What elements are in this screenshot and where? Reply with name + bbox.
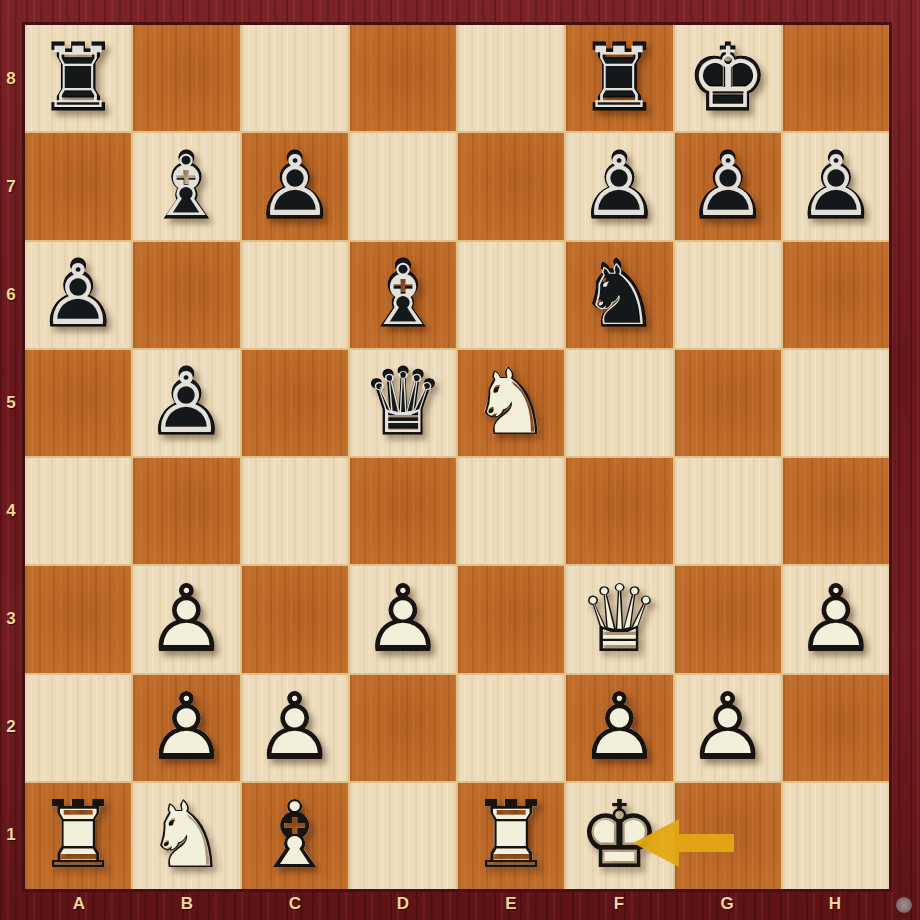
square-h1[interactable] [783, 783, 889, 889]
square-h4[interactable] [783, 458, 889, 564]
file-label-c: C [241, 890, 349, 918]
black-pawn-a6: ♟♙ [25, 242, 131, 348]
white-bishop-c1: ♝♗ [242, 783, 348, 889]
square-e7[interactable] [458, 133, 564, 239]
square-a7[interactable] [25, 133, 131, 239]
black-king-g8: ♚♔ [675, 25, 781, 131]
square-a1[interactable]: ♜♖ [25, 783, 131, 889]
square-f3[interactable]: ♛♕ [566, 566, 672, 672]
black-pawn-f7: ♟♙ [566, 133, 672, 239]
square-b2[interactable]: ♟♙ [133, 675, 239, 781]
square-e8[interactable] [458, 25, 564, 131]
square-g7[interactable]: ♟♙ [675, 133, 781, 239]
white-pawn-f2: ♟♙ [566, 675, 672, 781]
white-knight-b1: ♞♘ [133, 783, 239, 889]
file-label-h: H [781, 890, 889, 918]
square-h2[interactable] [783, 675, 889, 781]
square-f6[interactable]: ♞♘ [566, 242, 672, 348]
white-pawn-d3: ♟♙ [350, 566, 456, 672]
square-f8[interactable]: ♜♖ [566, 25, 672, 131]
square-h3[interactable]: ♟♙ [783, 566, 889, 672]
square-g3[interactable] [675, 566, 781, 672]
white-pawn-b3: ♟♙ [133, 566, 239, 672]
white-pawn-b2: ♟♙ [133, 675, 239, 781]
square-h8[interactable] [783, 25, 889, 131]
chess-diagram: ♜♖♜♖♚♔♝♗♟♙♟♙♟♙♟♙♟♙♝♗♞♘♟♙♛♕♞♘♟♙♟♙♛♕♟♙♟♙♟♙… [0, 0, 920, 920]
white-pawn-g2: ♟♙ [675, 675, 781, 781]
black-pawn-b5: ♟♙ [133, 350, 239, 456]
rank-label-2: 2 [0, 673, 22, 781]
black-bishop-b7: ♝♗ [133, 133, 239, 239]
square-b1[interactable]: ♞♘ [133, 783, 239, 889]
square-e3[interactable] [458, 566, 564, 672]
file-label-g: G [673, 890, 781, 918]
black-pawn-h7: ♟♙ [783, 133, 889, 239]
white-rook-a1: ♜♖ [25, 783, 131, 889]
square-c2[interactable]: ♟♙ [242, 675, 348, 781]
square-d2[interactable] [350, 675, 456, 781]
square-h7[interactable]: ♟♙ [783, 133, 889, 239]
square-a3[interactable] [25, 566, 131, 672]
square-c8[interactable] [242, 25, 348, 131]
square-g5[interactable] [675, 350, 781, 456]
white-queen-f3: ♛♕ [566, 566, 672, 672]
square-d5[interactable]: ♛♕ [350, 350, 456, 456]
black-rook-a8: ♜♖ [25, 25, 131, 131]
rank-label-1: 1 [0, 781, 22, 889]
square-b8[interactable] [133, 25, 239, 131]
square-f4[interactable] [566, 458, 672, 564]
square-d7[interactable] [350, 133, 456, 239]
rank-label-3: 3 [0, 565, 22, 673]
square-b3[interactable]: ♟♙ [133, 566, 239, 672]
square-e5[interactable]: ♞♘ [458, 350, 564, 456]
black-rook-f8: ♜♖ [566, 25, 672, 131]
square-c6[interactable] [242, 242, 348, 348]
square-c5[interactable] [242, 350, 348, 456]
square-c4[interactable] [242, 458, 348, 564]
black-knight-f6: ♞♘ [566, 242, 672, 348]
square-g6[interactable] [675, 242, 781, 348]
square-e6[interactable] [458, 242, 564, 348]
white-pawn-c2: ♟♙ [242, 675, 348, 781]
square-f7[interactable]: ♟♙ [566, 133, 672, 239]
file-label-b: B [133, 890, 241, 918]
square-g1[interactable] [675, 783, 781, 889]
file-coordinates: ABCDEFGH [25, 890, 889, 918]
square-b7[interactable]: ♝♗ [133, 133, 239, 239]
square-g8[interactable]: ♚♔ [675, 25, 781, 131]
square-f2[interactable]: ♟♙ [566, 675, 672, 781]
square-g4[interactable] [675, 458, 781, 564]
square-e2[interactable] [458, 675, 564, 781]
square-c3[interactable] [242, 566, 348, 672]
file-label-a: A [25, 890, 133, 918]
square-e4[interactable] [458, 458, 564, 564]
file-label-f: F [565, 890, 673, 918]
black-bishop-d6: ♝♗ [350, 242, 456, 348]
square-d8[interactable] [350, 25, 456, 131]
square-a6[interactable]: ♟♙ [25, 242, 131, 348]
rank-label-7: 7 [0, 133, 22, 241]
rank-coordinates: 87654321 [0, 25, 22, 889]
white-knight-e5: ♞♘ [458, 350, 564, 456]
square-a2[interactable] [25, 675, 131, 781]
square-g2[interactable]: ♟♙ [675, 675, 781, 781]
rank-label-8: 8 [0, 25, 22, 133]
square-b4[interactable] [133, 458, 239, 564]
square-c1[interactable]: ♝♗ [242, 783, 348, 889]
white-king-f1: ♚♔ [566, 783, 672, 889]
square-a5[interactable] [25, 350, 131, 456]
black-pawn-c7: ♟♙ [242, 133, 348, 239]
square-d3[interactable]: ♟♙ [350, 566, 456, 672]
square-c7[interactable]: ♟♙ [242, 133, 348, 239]
square-a8[interactable]: ♜♖ [25, 25, 131, 131]
square-d4[interactable] [350, 458, 456, 564]
square-f1[interactable]: ♚♔ [566, 783, 672, 889]
square-d6[interactable]: ♝♗ [350, 242, 456, 348]
black-pawn-g7: ♟♙ [675, 133, 781, 239]
chess-board: ♜♖♜♖♚♔♝♗♟♙♟♙♟♙♟♙♟♙♝♗♞♘♟♙♛♕♞♘♟♙♟♙♛♕♟♙♟♙♟♙… [22, 22, 892, 892]
square-b5[interactable]: ♟♙ [133, 350, 239, 456]
rank-label-4: 4 [0, 457, 22, 565]
rank-label-5: 5 [0, 349, 22, 457]
square-a4[interactable] [25, 458, 131, 564]
square-h6[interactable] [783, 242, 889, 348]
black-queen-d5: ♛♕ [350, 350, 456, 456]
rank-label-6: 6 [0, 241, 22, 349]
watermark-dot [896, 897, 912, 913]
square-h5[interactable] [783, 350, 889, 456]
file-label-e: E [457, 890, 565, 918]
square-f5[interactable] [566, 350, 672, 456]
file-label-d: D [349, 890, 457, 918]
white-pawn-h3: ♟♙ [783, 566, 889, 672]
white-rook-e1: ♜♖ [458, 783, 564, 889]
square-b6[interactable] [133, 242, 239, 348]
square-e1[interactable]: ♜♖ [458, 783, 564, 889]
square-d1[interactable] [350, 783, 456, 889]
